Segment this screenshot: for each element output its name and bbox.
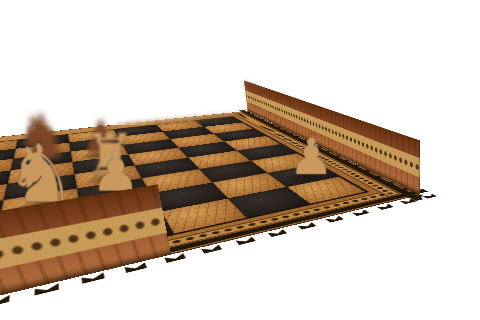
board-box: ♟♝♟♞♟♜♛♝♞♟♟♟♟ (0, 111, 420, 320)
scene: ♟♝♟♞♟♜♛♝♞♟♟♟♟ (0, 0, 480, 320)
chess-set-photo: ♟♝♟♞♟♜♛♝♞♟♟♟♟ (0, 0, 480, 320)
